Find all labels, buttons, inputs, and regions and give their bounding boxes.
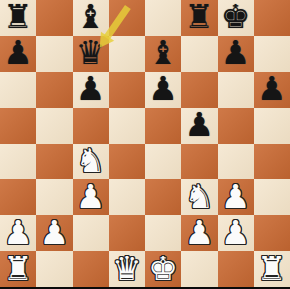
square-b4[interactable] xyxy=(36,144,72,180)
black-pawn[interactable]: ♟ xyxy=(185,108,215,141)
square-b7[interactable] xyxy=(36,36,72,72)
square-e1[interactable]: ♚ xyxy=(145,251,181,287)
white-knight[interactable]: ♞ xyxy=(76,144,106,177)
square-g3[interactable]: ♟ xyxy=(218,179,254,215)
square-h1[interactable]: ♜ xyxy=(254,251,290,287)
square-c5[interactable] xyxy=(73,108,109,144)
black-pawn[interactable]: ♟ xyxy=(3,36,33,69)
white-queen[interactable]: ♛ xyxy=(112,252,142,285)
square-d7[interactable] xyxy=(109,36,145,72)
black-pawn[interactable]: ♟ xyxy=(76,72,106,105)
white-king[interactable]: ♚ xyxy=(148,252,178,285)
square-b3[interactable] xyxy=(36,179,72,215)
square-b2[interactable]: ♟ xyxy=(36,215,72,251)
square-c4[interactable]: ♞ xyxy=(73,144,109,180)
white-pawn[interactable]: ♟ xyxy=(40,216,70,249)
black-queen[interactable]: ♛ xyxy=(76,36,106,69)
square-a3[interactable] xyxy=(0,179,36,215)
square-e8[interactable] xyxy=(145,0,181,36)
black-bishop[interactable]: ♝ xyxy=(148,36,178,69)
square-d4[interactable] xyxy=(109,144,145,180)
square-h7[interactable] xyxy=(254,36,290,72)
black-bishop[interactable]: ♝ xyxy=(76,0,106,33)
white-pawn[interactable]: ♟ xyxy=(76,180,106,213)
square-f3[interactable]: ♞ xyxy=(181,179,217,215)
black-pawn[interactable]: ♟ xyxy=(221,36,251,69)
square-c1[interactable] xyxy=(73,251,109,287)
square-h4[interactable] xyxy=(254,144,290,180)
black-pawn[interactable]: ♟ xyxy=(148,72,178,105)
square-a5[interactable] xyxy=(0,108,36,144)
black-rook[interactable]: ♜ xyxy=(3,0,33,33)
square-f6[interactable] xyxy=(181,72,217,108)
square-g4[interactable] xyxy=(218,144,254,180)
square-b1[interactable] xyxy=(36,251,72,287)
square-c3[interactable]: ♟ xyxy=(73,179,109,215)
white-rook[interactable]: ♜ xyxy=(257,252,287,285)
white-pawn[interactable]: ♟ xyxy=(221,216,251,249)
square-f5[interactable]: ♟ xyxy=(181,108,217,144)
square-b8[interactable] xyxy=(36,0,72,36)
square-e6[interactable]: ♟ xyxy=(145,72,181,108)
square-h3[interactable] xyxy=(254,179,290,215)
square-g1[interactable] xyxy=(218,251,254,287)
square-f8[interactable]: ♜ xyxy=(181,0,217,36)
square-a2[interactable]: ♟ xyxy=(0,215,36,251)
white-pawn[interactable]: ♟ xyxy=(185,216,215,249)
square-b5[interactable] xyxy=(36,108,72,144)
white-pawn[interactable]: ♟ xyxy=(3,216,33,249)
square-a8[interactable]: ♜ xyxy=(0,0,36,36)
chess-board: ♜♝♜♚♟♛♝♟♟♟♟♟♞♟♞♟♟♟♟♟♜♛♚♜ xyxy=(0,0,290,287)
square-a4[interactable] xyxy=(0,144,36,180)
white-knight[interactable]: ♞ xyxy=(185,180,215,213)
square-c7[interactable]: ♛ xyxy=(73,36,109,72)
black-king[interactable]: ♚ xyxy=(221,0,251,33)
square-g5[interactable] xyxy=(218,108,254,144)
square-f4[interactable] xyxy=(181,144,217,180)
square-d1[interactable]: ♛ xyxy=(109,251,145,287)
square-h5[interactable] xyxy=(254,108,290,144)
square-f1[interactable] xyxy=(181,251,217,287)
square-h6[interactable]: ♟ xyxy=(254,72,290,108)
square-d8[interactable] xyxy=(109,0,145,36)
square-a1[interactable]: ♜ xyxy=(0,251,36,287)
square-d6[interactable] xyxy=(109,72,145,108)
square-f2[interactable]: ♟ xyxy=(181,215,217,251)
black-rook[interactable]: ♜ xyxy=(185,0,215,33)
chess-app-screenshot: ♜♝♜♚♟♛♝♟♟♟♟♟♞♟♞♟♟♟♟♟♜♛♚♜ xyxy=(0,0,290,289)
white-pawn[interactable]: ♟ xyxy=(221,180,251,213)
square-g8[interactable]: ♚ xyxy=(218,0,254,36)
square-e7[interactable]: ♝ xyxy=(145,36,181,72)
square-c8[interactable]: ♝ xyxy=(73,0,109,36)
square-g2[interactable]: ♟ xyxy=(218,215,254,251)
square-f7[interactable] xyxy=(181,36,217,72)
square-g6[interactable] xyxy=(218,72,254,108)
square-h8[interactable] xyxy=(254,0,290,36)
square-a6[interactable] xyxy=(0,72,36,108)
square-c6[interactable]: ♟ xyxy=(73,72,109,108)
black-pawn[interactable]: ♟ xyxy=(257,72,287,105)
square-e3[interactable] xyxy=(145,179,181,215)
square-h2[interactable] xyxy=(254,215,290,251)
square-a7[interactable]: ♟ xyxy=(0,36,36,72)
square-e5[interactable] xyxy=(145,108,181,144)
square-d3[interactable] xyxy=(109,179,145,215)
square-b6[interactable] xyxy=(36,72,72,108)
square-g7[interactable]: ♟ xyxy=(218,36,254,72)
square-e2[interactable] xyxy=(145,215,181,251)
square-c2[interactable] xyxy=(73,215,109,251)
square-e4[interactable] xyxy=(145,144,181,180)
white-rook[interactable]: ♜ xyxy=(3,252,33,285)
square-d2[interactable] xyxy=(109,215,145,251)
square-d5[interactable] xyxy=(109,108,145,144)
